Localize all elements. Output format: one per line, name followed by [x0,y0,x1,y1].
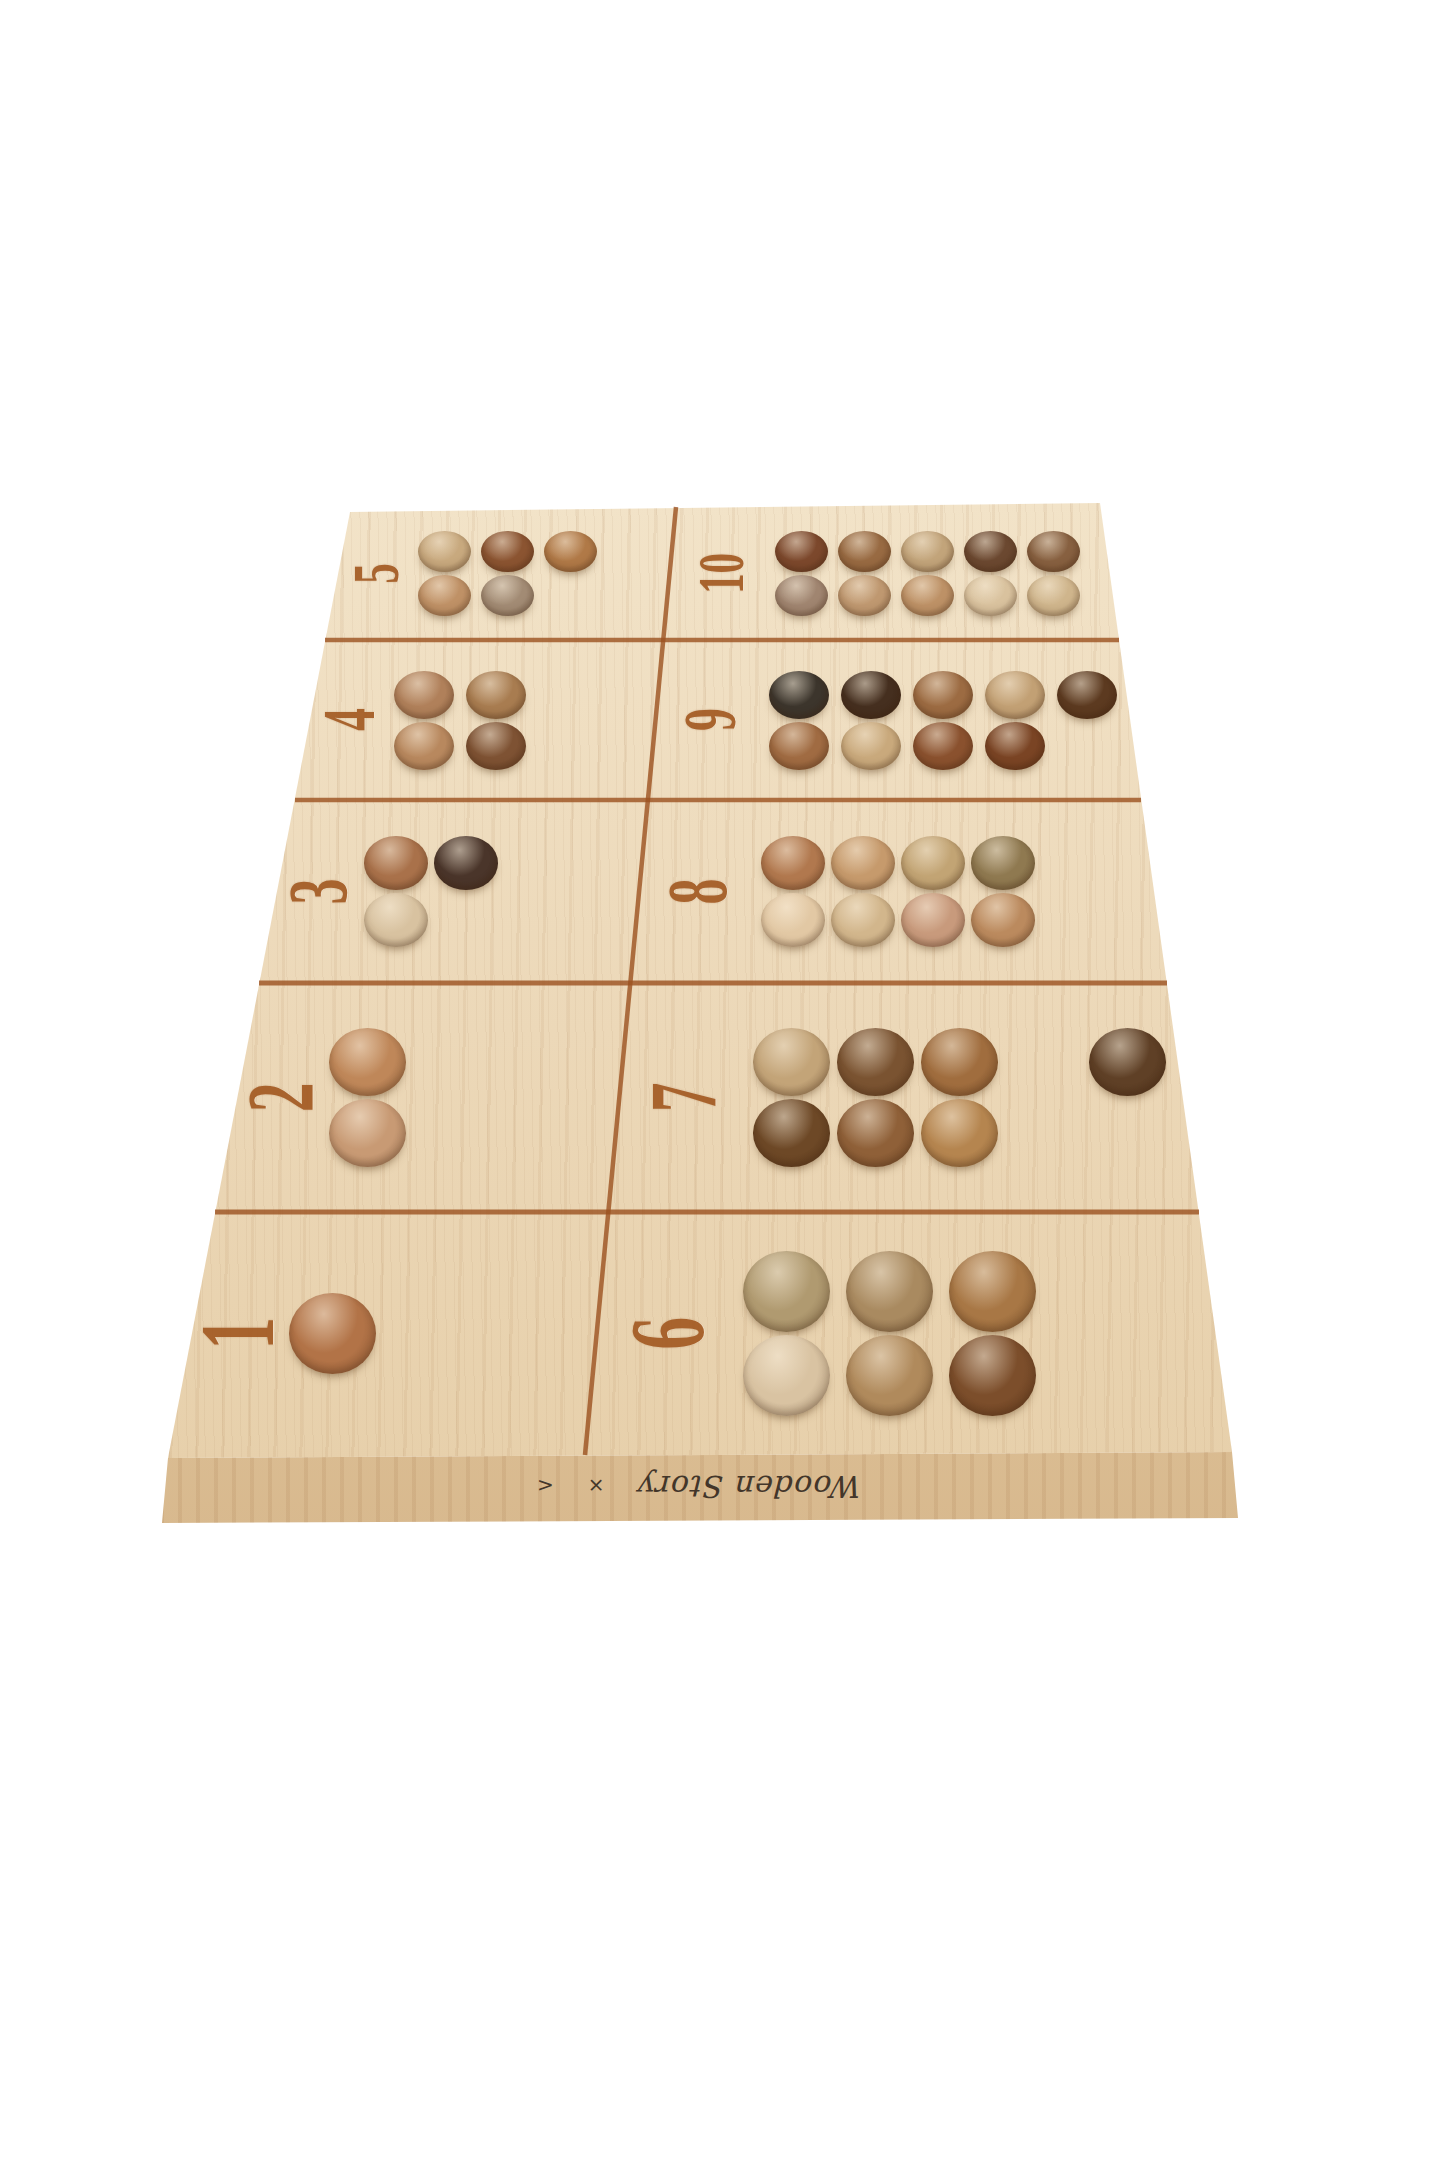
counting-ball[interactable] [837,1099,914,1167]
counting-ball[interactable] [841,671,901,719]
board-cell-3: 3 [277,800,639,983]
ball-group-6 [739,1251,1216,1416]
ball-row [364,836,498,890]
ball-group-9 [765,671,1130,770]
counting-ball[interactable] [364,836,428,890]
counting-ball[interactable] [964,531,1017,572]
counting-ball[interactable] [761,836,825,890]
counting-ball[interactable] [466,671,526,719]
brand-script-text: Wooden Story [638,1469,863,1504]
front-edge-branding: Wooden Story × < [162,1455,1238,1517]
counting-ball[interactable] [913,722,973,770]
ball-group-1 [285,1293,597,1374]
counting-ball[interactable] [949,1335,1036,1416]
counting-ball[interactable] [841,722,901,770]
engraved-number-3: 3 [277,858,360,925]
branding-flipped-wrapper: Wooden Story × < [537,1469,863,1504]
counting-ball[interactable] [964,575,1017,616]
counting-ball[interactable] [329,1028,406,1096]
ball-row [329,1099,406,1167]
engraved-number-9: 9 [656,690,765,749]
counting-ball[interactable] [753,1028,830,1096]
board-cell-4: 4 [310,640,656,800]
board-cell-9: 9 [656,640,1130,800]
ball-row [329,1028,406,1096]
counting-ball[interactable] [394,671,454,719]
counting-ball[interactable] [921,1028,998,1096]
engraved-number-10: 10 [670,547,771,600]
ball-row [769,722,1045,770]
counting-ball[interactable] [775,575,828,616]
counting-ball[interactable] [921,1099,998,1167]
engraved-number-7: 7 [619,1059,749,1136]
counting-ball[interactable] [831,893,895,947]
counting-ball[interactable] [743,1335,830,1416]
ball-group-7 [749,1028,1183,1167]
counting-ball[interactable] [831,836,895,890]
engraved-number-6: 6 [597,1291,739,1376]
counting-ball[interactable] [971,836,1035,890]
engraved-number-1: 1 [192,1291,285,1376]
board-cell-7: 7 [619,983,1183,1212]
engraved-number-8: 8 [639,858,757,925]
counting-ball[interactable] [1027,575,1080,616]
counting-ball[interactable] [544,531,597,572]
ball-row [364,893,428,947]
ball-group-3 [360,836,639,947]
ball-group-5 [414,531,670,617]
counting-ball[interactable] [481,531,534,572]
board-cell-8: 8 [639,800,1154,983]
engraved-number-4: 4 [310,690,390,749]
counting-ball[interactable] [289,1293,376,1374]
counting-ball[interactable] [769,722,829,770]
ball-row [743,1335,1036,1416]
counting-ball[interactable] [985,671,1045,719]
ball-row [761,836,1035,890]
ball-row [775,531,1080,572]
ball-row [775,575,1080,616]
ball-row [394,722,526,770]
counting-ball[interactable] [364,893,428,947]
ball-row [753,1028,1166,1096]
ball-row [753,1099,998,1167]
counting-ball[interactable] [481,575,534,616]
ball-group-2 [325,1028,619,1167]
engraved-number-2: 2 [237,1059,325,1136]
counting-ball[interactable] [769,671,829,719]
counting-ball[interactable] [418,575,471,616]
ball-group-4 [390,671,656,770]
counting-ball[interactable] [901,575,954,616]
engraved-number-5: 5 [338,547,414,600]
ball-row [394,671,526,719]
ball-group-8 [757,836,1154,947]
ball-row [418,575,534,616]
counting-ball[interactable] [761,893,825,947]
ball-row [769,671,1117,719]
counting-ball[interactable] [1089,1028,1166,1096]
counting-ball[interactable] [466,722,526,770]
board-cell-1: 1 [192,1212,597,1455]
counting-ball[interactable] [1027,531,1080,572]
counting-ball[interactable] [838,575,891,616]
ball-row [289,1293,376,1374]
counting-ball[interactable] [971,893,1035,947]
board-cell-5: 5 [338,507,670,640]
board-cell-6: 6 [597,1212,1216,1455]
board-cell-2: 2 [237,983,619,1212]
counting-ball[interactable] [753,1099,830,1167]
counting-ball[interactable] [846,1335,933,1416]
ball-group-10 [771,531,1110,617]
counting-ball[interactable] [901,893,965,947]
counting-board: 5 10 4 9 3 8 2 7 1 6 Wooden Story [160,500,1245,1530]
counting-ball[interactable] [913,671,973,719]
brand-arrow-mark: < [537,1474,554,1498]
counting-ball[interactable] [434,836,498,890]
counting-ball[interactable] [949,1251,1036,1332]
ball-row [761,893,1035,947]
brand-x-mark: × [588,1474,605,1498]
ball-row [418,531,597,572]
counting-ball[interactable] [394,722,454,770]
counting-ball[interactable] [837,1028,914,1096]
counting-ball[interactable] [901,531,954,572]
ball-row [743,1251,1036,1332]
counting-ball[interactable] [418,531,471,572]
counting-ball[interactable] [901,836,965,890]
board-cell-10: 10 [670,507,1110,640]
counting-ball[interactable] [743,1251,830,1332]
counting-ball[interactable] [846,1251,933,1332]
counting-ball[interactable] [775,531,828,572]
counting-ball[interactable] [329,1099,406,1167]
counting-ball[interactable] [1057,671,1117,719]
counting-ball[interactable] [838,531,891,572]
counting-ball[interactable] [985,722,1045,770]
